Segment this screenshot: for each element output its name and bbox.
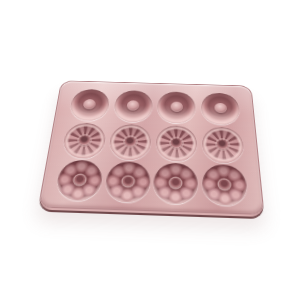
cavity-cell-r1c2 [110,88,156,123]
cavity-cell-r2c3 [153,124,200,163]
cavity-cell-r1c4 [198,91,244,127]
spiral-flute-cavity [155,125,197,162]
plain-ring-cavity [201,92,241,125]
flower-cavity [153,163,199,205]
cavity-cell-r1c3 [154,90,199,126]
flower-cavity [54,160,104,202]
spiral-flute-cavity [108,124,152,161]
spiral-flute-cavity [201,126,244,163]
plain-ring-cavity [113,90,153,122]
spiral-flute-cavity [62,122,108,159]
plain-ring-cavity [68,89,110,121]
cavity-cell-r2c4 [199,125,247,165]
cavity-cell-r3c2 [101,160,152,204]
donut-baking-pan [38,80,265,215]
cavity-cell-r2c2 [106,123,154,162]
flower-cavity [104,161,151,203]
cavity-grid [39,81,263,214]
flower-cavity [202,164,249,206]
cavity-cell-r3c4 [200,163,251,207]
cavity-cell-r3c1 [52,159,106,202]
cavity-cell-r2c1 [59,121,110,160]
cavity-cell-r1c1 [65,87,113,122]
plain-ring-cavity [157,91,196,124]
cavity-cell-r3c3 [151,162,201,206]
product-photo-background [0,0,300,300]
